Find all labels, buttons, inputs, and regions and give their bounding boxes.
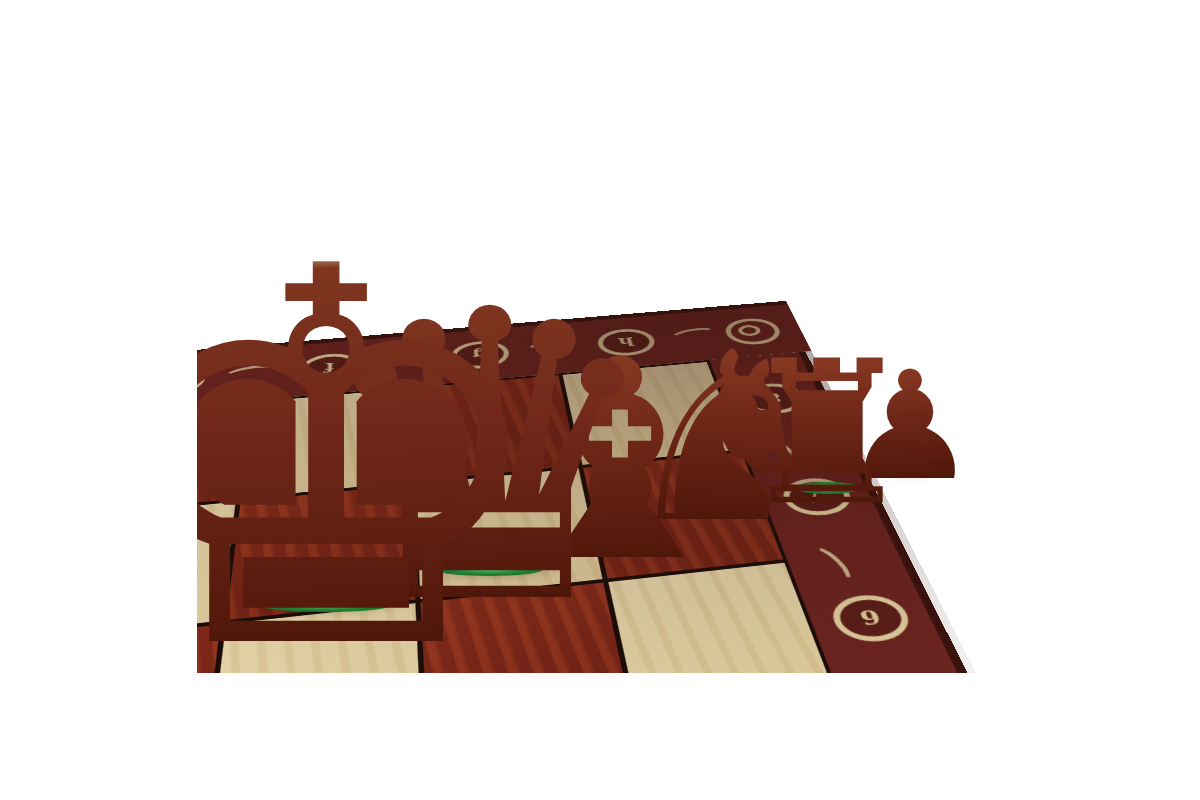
king-glyph: ♚ bbox=[197, 201, 559, 673]
piece-king: ♚ bbox=[197, 149, 513, 607]
photo-crop: abcdefgh 87654321 ♚♛♝♞♜♟ bbox=[197, 0, 998, 673]
coordinate-label: 6 bbox=[856, 605, 885, 631]
product-photo-canvas: abcdefgh 87654321 ♚♛♝♞♜♟ bbox=[0, 0, 1200, 800]
coordinate-medallion: 6 bbox=[825, 592, 917, 646]
